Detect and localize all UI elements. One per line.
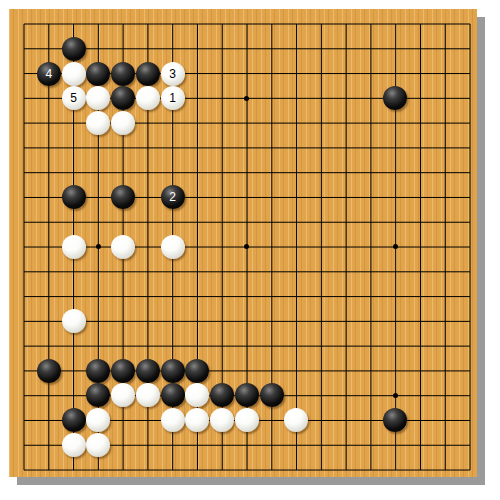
move-number-label: 5 [70, 92, 77, 104]
black-stone [86, 383, 110, 407]
hoshi-point [393, 393, 398, 398]
move-number-label: 2 [169, 191, 176, 203]
white-stone [62, 433, 86, 457]
white-stone [86, 433, 110, 457]
white-stone [111, 383, 135, 407]
black-stone [111, 62, 135, 86]
go-board[interactable]: 43512 [9, 9, 477, 477]
white-stone [185, 383, 209, 407]
black-stone [37, 359, 61, 383]
white-stone [136, 383, 160, 407]
black-stone [111, 185, 135, 209]
black-stone [62, 37, 86, 61]
white-stone [86, 111, 110, 135]
white-stone [210, 408, 234, 432]
white-stone [284, 408, 308, 432]
black-stone [136, 359, 160, 383]
white-stone [86, 408, 110, 432]
black-stone [136, 62, 160, 86]
white-stone [62, 309, 86, 333]
black-stone [161, 359, 185, 383]
black-stone [161, 383, 185, 407]
board-grid[interactable]: 43512 [12, 12, 483, 483]
white-stone [111, 235, 135, 259]
hoshi-point [393, 244, 398, 249]
black-stone [185, 359, 209, 383]
white-stone [86, 86, 110, 110]
black-stone [260, 383, 284, 407]
black-stone [62, 185, 86, 209]
hoshi-point [244, 244, 249, 249]
white-stone [62, 62, 86, 86]
hoshi-point [244, 96, 249, 101]
white-stone [235, 408, 259, 432]
white-stone [161, 408, 185, 432]
white-stone: 5 [62, 86, 86, 110]
move-number-label: 1 [169, 92, 176, 104]
hoshi-point [96, 244, 101, 249]
black-stone [235, 383, 259, 407]
black-stone [111, 86, 135, 110]
white-stone: 1 [161, 86, 185, 110]
white-stone [136, 86, 160, 110]
white-stone [111, 111, 135, 135]
black-stone [210, 383, 234, 407]
black-stone [383, 408, 407, 432]
move-number-label: 4 [45, 68, 52, 80]
black-stone: 4 [37, 62, 61, 86]
black-stone [62, 408, 86, 432]
white-stone: 3 [161, 62, 185, 86]
white-stone [62, 235, 86, 259]
black-stone [86, 359, 110, 383]
black-stone [383, 86, 407, 110]
move-number-label: 3 [169, 68, 176, 80]
black-stone [86, 62, 110, 86]
black-stone: 2 [161, 185, 185, 209]
page-background: 43512 [0, 0, 500, 500]
white-stone [185, 408, 209, 432]
white-stone [161, 235, 185, 259]
black-stone [111, 359, 135, 383]
